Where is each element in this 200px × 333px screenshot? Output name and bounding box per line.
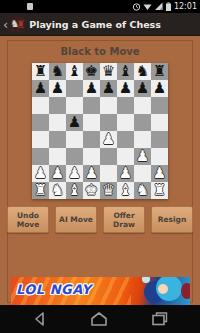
piece-white-queen: ♛: [100, 182, 117, 199]
square-e3[interactable]: [100, 148, 117, 165]
ad-text: LOL NGAY: [16, 282, 91, 297]
square-b2[interactable]: ♟: [49, 165, 66, 182]
piece-black-pawn: ♟: [83, 80, 100, 97]
status-time: 12:01: [174, 0, 197, 13]
square-c4[interactable]: [66, 131, 83, 148]
piece-white-knight: ♞: [134, 182, 151, 199]
square-e5[interactable]: [100, 114, 117, 131]
square-a1[interactable]: ♜: [32, 182, 49, 199]
square-f5[interactable]: [117, 114, 134, 131]
square-b5[interactable]: [49, 114, 66, 131]
piece-black-pawn: ♟: [49, 80, 66, 97]
piece-black-rook: ♜: [151, 63, 168, 80]
square-g6[interactable]: [134, 97, 151, 114]
ad-character-art: [120, 277, 190, 305]
offer-draw-button[interactable]: Offer Draw: [103, 206, 145, 233]
square-h6[interactable]: [151, 97, 168, 114]
square-d7[interactable]: ♟: [83, 80, 100, 97]
square-d2[interactable]: ♟: [83, 165, 100, 182]
piece-black-pawn: ♟: [100, 80, 117, 97]
resign-button[interactable]: Resign: [151, 206, 193, 233]
chess-board: ♜♞♝♚♛♝♞♜♟♟♟♟♟♟♟♟♟♟♟♟♟♟♟♟♜♞♝♚♛♝♞♜: [32, 63, 168, 199]
square-c8[interactable]: ♝: [66, 63, 83, 80]
undo-move-button[interactable]: Undo Move: [7, 206, 49, 233]
square-d4[interactable]: [83, 131, 100, 148]
square-b1[interactable]: ♞: [49, 182, 66, 199]
piece-white-pawn: ♟: [83, 165, 100, 182]
square-e4[interactable]: ♟: [100, 131, 117, 148]
ai-move-button[interactable]: AI Move: [55, 206, 97, 233]
piece-black-pawn: ♟: [66, 114, 83, 131]
app-icon[interactable]: ♞♜: [10, 17, 25, 32]
piece-black-bishop: ♝: [117, 63, 134, 80]
piece-black-king: ♚: [83, 63, 100, 80]
square-a6[interactable]: [32, 97, 49, 114]
square-c2[interactable]: ♟: [66, 165, 83, 182]
piece-white-rook: ♜: [151, 182, 168, 199]
notification-square-icon: [27, 3, 33, 10]
page-title: Playing a Game of Chess: [29, 19, 161, 30]
square-a3[interactable]: [32, 148, 49, 165]
square-c1[interactable]: ♝: [66, 182, 83, 199]
square-c5[interactable]: ♟: [66, 114, 83, 131]
square-d8[interactable]: ♚: [83, 63, 100, 80]
square-f7[interactable]: ♟: [117, 80, 134, 97]
piece-black-rook: ♜: [32, 63, 49, 80]
recents-nav-icon[interactable]: [149, 310, 169, 328]
piece-white-bishop: ♝: [66, 182, 83, 199]
square-f4[interactable]: [117, 131, 134, 148]
back-nav-icon[interactable]: [31, 310, 49, 328]
square-d6[interactable]: [83, 97, 100, 114]
button-row: Undo MoveAI MoveOffer DrawResign: [0, 206, 200, 233]
square-a5[interactable]: [32, 114, 49, 131]
square-e1[interactable]: ♛: [100, 182, 117, 199]
piece-white-pawn: ♟: [49, 165, 66, 182]
square-g4[interactable]: [134, 131, 151, 148]
piece-black-knight: ♞: [134, 63, 151, 80]
square-h3[interactable]: [151, 148, 168, 165]
piece-black-pawn: ♟: [134, 80, 151, 97]
square-e2[interactable]: [100, 165, 117, 182]
piece-white-bishop: ♝: [117, 182, 134, 199]
square-a8[interactable]: ♜: [32, 63, 49, 80]
square-c6[interactable]: [66, 97, 83, 114]
square-d3[interactable]: [83, 148, 100, 165]
square-a4[interactable]: [32, 131, 49, 148]
square-g2[interactable]: [134, 165, 151, 182]
square-g1[interactable]: ♞: [134, 182, 151, 199]
square-f8[interactable]: ♝: [117, 63, 134, 80]
piece-white-pawn: ♟: [66, 165, 83, 182]
piece-white-pawn: ♟: [151, 165, 168, 182]
piece-white-knight: ♞: [49, 182, 66, 199]
square-c3[interactable]: [66, 148, 83, 165]
square-g8[interactable]: ♞: [134, 63, 151, 80]
piece-black-queen: ♛: [100, 63, 117, 80]
square-h1[interactable]: ♜: [151, 182, 168, 199]
phone-screen: 12:01 ‹ ♞♜ Playing a Game of Chess Black…: [0, 0, 200, 333]
square-c7[interactable]: [66, 80, 83, 97]
square-a2[interactable]: ♟: [32, 165, 49, 182]
square-d1[interactable]: ♚: [83, 182, 100, 199]
piece-black-knight: ♞: [49, 63, 66, 80]
navigation-bar: [0, 305, 200, 333]
piece-white-king: ♚: [83, 182, 100, 199]
square-h7[interactable]: ♟: [151, 80, 168, 97]
square-g3[interactable]: ♟: [134, 148, 151, 165]
action-bar: ‹ ♞♜ Playing a Game of Chess: [0, 13, 200, 36]
square-e6[interactable]: [100, 97, 117, 114]
square-f6[interactable]: [117, 97, 134, 114]
back-chevron-icon[interactable]: ‹: [2, 13, 9, 36]
status-bar: 12:01: [0, 0, 200, 13]
square-e8[interactable]: ♛: [100, 63, 117, 80]
square-b7[interactable]: ♟: [49, 80, 66, 97]
square-b8[interactable]: ♞: [49, 63, 66, 80]
square-e7[interactable]: ♟: [100, 80, 117, 97]
battery-icon: [165, 2, 172, 12]
piece-white-pawn: ♟: [117, 165, 134, 182]
wifi-icon: [143, 2, 152, 11]
piece-white-rook: ♜: [32, 182, 49, 199]
piece-black-pawn: ♟: [151, 80, 168, 97]
piece-white-pawn: ♟: [32, 165, 49, 182]
square-h5[interactable]: [151, 114, 168, 131]
home-nav-icon[interactable]: [89, 310, 109, 328]
square-g5[interactable]: [134, 114, 151, 131]
square-f3[interactable]: [117, 148, 134, 165]
piece-white-pawn: ♟: [134, 148, 151, 165]
square-b6[interactable]: [49, 97, 66, 114]
square-d5[interactable]: [83, 114, 100, 131]
turn-indicator: Black to Move: [0, 46, 200, 57]
ad-banner[interactable]: LOL NGAY: [11, 277, 190, 305]
square-h8[interactable]: ♜: [151, 63, 168, 80]
piece-black-pawn: ♟: [117, 80, 134, 97]
square-a7[interactable]: ♟: [32, 80, 49, 97]
piece-black-pawn: ♟: [32, 80, 49, 97]
piece-black-bishop: ♝: [66, 63, 83, 80]
square-h2[interactable]: ♟: [151, 165, 168, 182]
signal-icon: [154, 2, 163, 11]
alarm-icon: [132, 2, 141, 11]
square-g7[interactable]: ♟: [134, 80, 151, 97]
square-b4[interactable]: [49, 131, 66, 148]
square-b3[interactable]: [49, 148, 66, 165]
square-f2[interactable]: ♟: [117, 165, 134, 182]
piece-white-pawn: ♟: [100, 131, 117, 148]
square-h4[interactable]: [151, 131, 168, 148]
square-f1[interactable]: ♝: [117, 182, 134, 199]
